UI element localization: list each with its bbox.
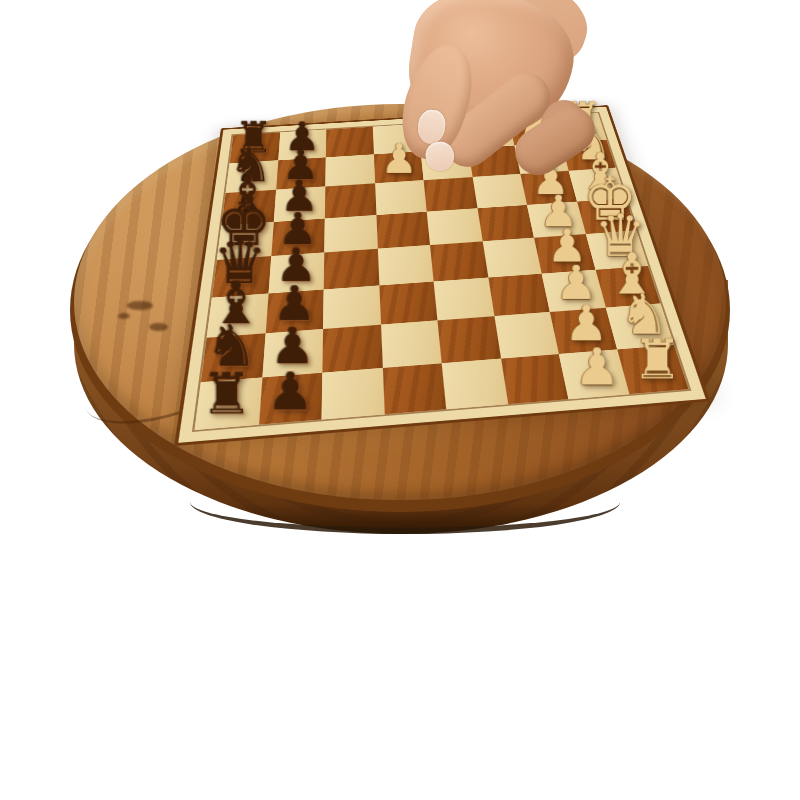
wood-grain-knot xyxy=(127,301,153,310)
square-c6[interactable] xyxy=(323,285,380,329)
piece-white-rook[interactable]: ♜ xyxy=(632,334,682,387)
square-c3[interactable] xyxy=(488,273,550,316)
piece-white-pawn[interactable]: ♟ xyxy=(519,104,554,141)
square-h4[interactable] xyxy=(418,121,468,151)
square-f5[interactable] xyxy=(375,180,427,215)
square-d6[interactable] xyxy=(324,249,379,290)
square-d5[interactable] xyxy=(377,245,433,285)
square-a2[interactable]: ♟ xyxy=(559,349,629,399)
square-e3[interactable] xyxy=(477,205,534,242)
square-b5[interactable] xyxy=(381,320,442,367)
piece-white-pawn[interactable]: ♟ xyxy=(575,343,621,391)
square-a5[interactable] xyxy=(382,363,446,414)
square-g4[interactable] xyxy=(421,148,472,180)
square-e4[interactable] xyxy=(427,208,483,245)
square-g5[interactable]: ♟ xyxy=(373,151,423,183)
square-h6[interactable] xyxy=(326,127,374,157)
square-g3[interactable] xyxy=(468,145,521,177)
piece-black-pawn[interactable]: ♟ xyxy=(267,367,314,417)
square-c5[interactable] xyxy=(379,281,438,324)
piece-black-rook[interactable]: ♜ xyxy=(202,367,253,421)
chess-board-grid: ♜♟♟♜♞♟♟♞♝♟♟♝♚♟♟♚♛♟♟♛♝♟♟♝♞♟♟♞♜♟♟♜ xyxy=(195,113,689,430)
square-c4[interactable] xyxy=(434,277,494,320)
wood-grain-knot xyxy=(118,313,130,319)
square-h2[interactable]: ♟ xyxy=(509,116,561,145)
square-g6[interactable] xyxy=(325,154,374,186)
square-a3[interactable] xyxy=(500,354,568,405)
square-b3[interactable] xyxy=(494,312,559,358)
square-h3[interactable] xyxy=(463,119,514,149)
square-e5[interactable] xyxy=(376,211,430,248)
chess-board[interactable]: ♜♟♟♜♞♟♟♞♝♟♟♝♚♟♟♚♛♟♟♛♝♟♟♝♞♟♟♞♜♟♟♜ xyxy=(174,105,710,446)
square-f6[interactable] xyxy=(325,183,376,218)
square-d3[interactable] xyxy=(482,238,541,278)
square-a1[interactable]: ♜ xyxy=(617,345,689,395)
square-a7[interactable]: ♟ xyxy=(258,372,322,424)
square-e6[interactable] xyxy=(324,215,377,253)
square-d4[interactable] xyxy=(430,241,488,281)
square-b6[interactable] xyxy=(322,325,382,373)
wood-grain-knot xyxy=(149,323,168,331)
square-f4[interactable] xyxy=(424,177,477,211)
product-photo: ♜♟♟♜♞♟♟♞♝♟♟♝♚♟♟♚♛♟♟♛♝♟♟♝♞♟♟♞♜♟♟♜ xyxy=(0,0,800,800)
square-a8[interactable]: ♜ xyxy=(195,377,262,430)
square-f3[interactable] xyxy=(472,174,527,208)
square-b4[interactable] xyxy=(437,316,500,363)
square-a4[interactable] xyxy=(442,358,508,409)
board-perspective-wrap: ♜♟♟♜♞♟♟♞♝♟♟♝♚♟♟♚♛♟♟♛♝♟♟♝♞♟♟♞♜♟♟♜ xyxy=(205,20,655,470)
piece-white-pawn-held[interactable]: ♟ xyxy=(381,140,418,179)
square-a6[interactable] xyxy=(322,368,385,420)
